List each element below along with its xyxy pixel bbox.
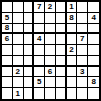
cell-r4c3-empty[interactable] — [24, 34, 35, 45]
cell-r2c5-empty[interactable] — [45, 13, 56, 24]
cell-r5c4-empty[interactable] — [34, 45, 45, 56]
cell-r4c9-empty[interactable] — [88, 34, 99, 45]
cell-r7c6-empty[interactable] — [56, 67, 67, 78]
cell-r8c5-empty[interactable] — [45, 77, 56, 88]
cell-r8c3-empty[interactable] — [24, 77, 35, 88]
cell-r3c1-given: 8 — [2, 24, 13, 35]
cell-r3c4-empty[interactable] — [34, 24, 45, 35]
cell-r1c7-given: 1 — [67, 2, 78, 13]
cell-r6c8-empty[interactable] — [77, 56, 88, 67]
cell-r8c7-empty[interactable] — [67, 77, 78, 88]
cell-r9c6-empty[interactable] — [56, 88, 67, 99]
cell-r4c1-given: 6 — [2, 34, 13, 45]
cell-r7c4-empty[interactable] — [34, 67, 45, 78]
cell-r1c4-given: 7 — [34, 2, 45, 13]
cell-r1c3-empty[interactable] — [24, 2, 35, 13]
cell-r6c5-empty[interactable] — [45, 56, 56, 67]
cell-r3c7-empty[interactable] — [67, 24, 78, 35]
cell-r4c7-empty[interactable] — [67, 34, 78, 45]
cell-r2c8-empty[interactable] — [77, 13, 88, 24]
cell-r5c8-empty[interactable] — [77, 45, 88, 56]
cell-r3c5-empty[interactable] — [45, 24, 56, 35]
cell-r1c1-empty[interactable] — [2, 2, 13, 13]
cell-r2c6-empty[interactable] — [56, 13, 67, 24]
cell-r9c5-empty[interactable] — [45, 88, 56, 99]
cell-r9c7-empty[interactable] — [67, 88, 78, 99]
cell-r7c2-given: 2 — [13, 67, 24, 78]
cell-r9c8-empty[interactable] — [77, 88, 88, 99]
cell-r4c6-empty[interactable] — [56, 34, 67, 45]
cell-r6c9-empty[interactable] — [88, 56, 99, 67]
cell-r5c7-given: 2 — [67, 45, 78, 56]
cell-r7c5-given: 6 — [45, 67, 56, 78]
cell-r1c2-empty[interactable] — [13, 2, 24, 13]
cell-r9c9-empty[interactable] — [88, 88, 99, 99]
cell-r2c2-empty[interactable] — [13, 13, 24, 24]
cell-r9c3-empty[interactable] — [24, 88, 35, 99]
cell-r9c1-empty[interactable] — [2, 88, 13, 99]
cell-r6c6-empty[interactable] — [56, 56, 67, 67]
cell-r6c3-empty[interactable] — [24, 56, 35, 67]
cell-r1c6-empty[interactable] — [56, 2, 67, 13]
cell-r5c2-empty[interactable] — [13, 45, 24, 56]
cell-r2c3-empty[interactable] — [24, 13, 35, 24]
cell-r8c6-empty[interactable] — [56, 77, 67, 88]
cell-r8c4-given: 5 — [34, 77, 45, 88]
cell-r4c8-given: 7 — [77, 34, 88, 45]
cell-r3c8-empty[interactable] — [77, 24, 88, 35]
cell-r4c4-given: 4 — [34, 34, 45, 45]
cell-r5c3-empty[interactable] — [24, 45, 35, 56]
cell-r2c4-empty[interactable] — [34, 13, 45, 24]
cell-r1c9-empty[interactable] — [88, 2, 99, 13]
cell-r5c1-empty[interactable] — [2, 45, 13, 56]
cell-r7c7-empty[interactable] — [67, 67, 78, 78]
cell-r8c2-empty[interactable] — [13, 77, 24, 88]
cell-r8c9-given: 8 — [88, 77, 99, 88]
cell-r2c1-given: 5 — [2, 13, 13, 24]
cell-r6c1-empty[interactable] — [2, 56, 13, 67]
sudoku-board: 72158486472263581 — [0, 0, 101, 101]
cell-r5c5-empty[interactable] — [45, 45, 56, 56]
cell-r3c3-empty[interactable] — [24, 24, 35, 35]
cell-r8c8-empty[interactable] — [77, 77, 88, 88]
cell-r7c1-empty[interactable] — [2, 67, 13, 78]
cell-r4c5-empty[interactable] — [45, 34, 56, 45]
cell-r6c2-empty[interactable] — [13, 56, 24, 67]
cell-r6c4-empty[interactable] — [34, 56, 45, 67]
cell-r5c6-empty[interactable] — [56, 45, 67, 56]
cell-r3c9-empty[interactable] — [88, 24, 99, 35]
cell-r7c8-given: 3 — [77, 67, 88, 78]
cell-r6c7-empty[interactable] — [67, 56, 78, 67]
cell-r3c2-empty[interactable] — [13, 24, 24, 35]
cell-r5c9-empty[interactable] — [88, 45, 99, 56]
cell-r7c3-empty[interactable] — [24, 67, 35, 78]
cell-r3c6-empty[interactable] — [56, 24, 67, 35]
cell-r2c7-given: 8 — [67, 13, 78, 24]
cell-r1c5-given: 2 — [45, 2, 56, 13]
cell-r9c4-empty[interactable] — [34, 88, 45, 99]
cell-r7c9-empty[interactable] — [88, 67, 99, 78]
cell-r1c8-empty[interactable] — [77, 2, 88, 13]
cell-r4c2-empty[interactable] — [13, 34, 24, 45]
cell-r8c1-empty[interactable] — [2, 77, 13, 88]
cell-r9c2-given: 1 — [13, 88, 24, 99]
cell-r2c9-given: 4 — [88, 13, 99, 24]
